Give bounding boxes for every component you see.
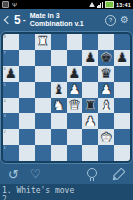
puzzle-number-separator: - xyxy=(23,15,26,25)
square-e6[interactable]: ♟ xyxy=(67,66,83,82)
puzzle-number: 5 xyxy=(14,13,21,27)
piece-white-rook[interactable]: ♜ xyxy=(37,35,49,48)
favorite-heart-icon[interactable]: ♡ xyxy=(30,168,41,180)
header: 5 - Mate in 3 Combination v.1 ? ⚙ xyxy=(0,9,133,31)
square-a3[interactable]: 3 xyxy=(3,113,19,129)
square-c8[interactable]: ♜ xyxy=(35,34,51,50)
square-d2[interactable] xyxy=(51,129,67,145)
square-f5[interactable] xyxy=(82,82,98,98)
square-f1[interactable] xyxy=(82,145,98,161)
square-g2[interactable]: ♚ xyxy=(98,129,114,145)
piece-black-rook[interactable]: ♜ xyxy=(84,98,96,111)
square-b4[interactable] xyxy=(19,98,35,114)
signal-bars-icon xyxy=(97,2,103,8)
piece-black-pawn[interactable]: ♟ xyxy=(84,51,96,64)
chess-puzzle-app: Ψ 13:41 5 - Mate in 3 Combination v.1 ? … xyxy=(0,0,133,200)
square-f2[interactable] xyxy=(82,129,98,145)
gear-icon[interactable]: ⚙ xyxy=(120,15,129,25)
square-b7[interactable] xyxy=(19,50,35,66)
square-d8[interactable] xyxy=(51,34,67,50)
square-d7[interactable] xyxy=(51,50,67,66)
square-h4[interactable] xyxy=(114,98,130,114)
rank-label-1: 1 xyxy=(4,145,6,150)
board-section: 8♜7♟♚♟6♟♟♛5♝♟♟4♞♛♜♝3♟2♚1 xyxy=(0,31,133,164)
square-d3[interactable] xyxy=(51,113,67,129)
piece-white-pawn[interactable]: ♟ xyxy=(84,114,96,127)
usb-debug-icon: Ψ xyxy=(12,2,17,8)
rank-label-8: 8 xyxy=(4,34,6,39)
square-e1[interactable] xyxy=(67,145,83,161)
piece-white-bishop[interactable]: ♝ xyxy=(100,98,112,111)
current-move-text: 1. White's move xyxy=(2,186,133,195)
square-g7[interactable]: ♚ xyxy=(98,50,114,66)
square-g4[interactable]: ♝ xyxy=(98,98,114,114)
square-h2[interactable] xyxy=(114,129,130,145)
rank-label-5: 5 xyxy=(4,82,6,87)
square-e5[interactable]: ♟ xyxy=(67,82,83,98)
help-icon[interactable]: ? xyxy=(105,15,116,26)
square-e3[interactable] xyxy=(67,113,83,129)
square-f3[interactable]: ♟ xyxy=(82,113,98,129)
square-h1[interactable] xyxy=(114,145,130,161)
rank-label-3: 3 xyxy=(4,113,6,118)
square-a5[interactable]: 5 xyxy=(3,82,19,98)
square-c5[interactable] xyxy=(35,82,51,98)
square-b3[interactable] xyxy=(19,113,35,129)
square-e4[interactable]: ♛ xyxy=(67,98,83,114)
title-line-1: Mate in 3 xyxy=(30,12,84,20)
square-a7[interactable]: 7 xyxy=(3,50,19,66)
piece-black-bishop[interactable]: ♝ xyxy=(53,83,65,96)
back-chevron-icon[interactable] xyxy=(4,16,12,24)
square-a4[interactable]: 4 xyxy=(3,98,19,114)
square-d1[interactable] xyxy=(51,145,67,161)
square-a2[interactable]: 2 xyxy=(3,129,19,145)
square-a1[interactable]: 1 xyxy=(3,145,19,161)
square-g3[interactable] xyxy=(98,113,114,129)
hint-bulb-icon[interactable] xyxy=(87,168,97,178)
square-f8[interactable] xyxy=(82,34,98,50)
square-c4[interactable] xyxy=(35,98,51,114)
square-g8[interactable] xyxy=(98,34,114,50)
move-list: 1. White's move 2. xyxy=(0,184,133,200)
square-b8[interactable] xyxy=(19,34,35,50)
rank-label-4: 4 xyxy=(4,98,6,103)
piece-black-pawn[interactable]: ♟ xyxy=(69,67,81,80)
square-e7[interactable] xyxy=(67,50,83,66)
square-c7[interactable] xyxy=(35,50,51,66)
bottom-toolbar: ↺ ♡ xyxy=(0,164,133,184)
piece-white-pawn[interactable]: ♟ xyxy=(100,83,112,96)
piece-white-king[interactable]: ♚ xyxy=(100,130,112,143)
chess-board[interactable]: 8♜7♟♚♟6♟♟♛5♝♟♟4♞♛♜♝3♟2♚1 xyxy=(3,34,130,161)
piece-black-pawn[interactable]: ♟ xyxy=(5,67,17,80)
square-h3[interactable] xyxy=(114,113,130,129)
square-h6[interactable] xyxy=(114,66,130,82)
square-c6[interactable] xyxy=(35,66,51,82)
square-b5[interactable] xyxy=(19,82,35,98)
square-f6[interactable] xyxy=(82,66,98,82)
square-e2[interactable] xyxy=(67,129,83,145)
battery-icon xyxy=(105,1,114,8)
piece-black-queen[interactable]: ♛ xyxy=(100,67,112,80)
status-bar: Ψ 13:41 xyxy=(0,0,133,9)
square-b2[interactable] xyxy=(19,129,35,145)
clock-time: 13:41 xyxy=(116,2,131,8)
square-g1[interactable] xyxy=(98,145,114,161)
square-g5[interactable]: ♟ xyxy=(98,82,114,98)
square-a6[interactable]: 6♟ xyxy=(3,66,19,82)
square-c3[interactable] xyxy=(35,113,51,129)
wifi-icon xyxy=(89,2,95,7)
title-line-2: Combination v.1 xyxy=(30,20,84,28)
notification-app-icon xyxy=(2,1,9,8)
square-d5[interactable]: ♝ xyxy=(51,82,67,98)
square-h7[interactable]: ♟ xyxy=(114,50,130,66)
square-h5[interactable] xyxy=(114,82,130,98)
square-c1[interactable] xyxy=(35,145,51,161)
square-b6[interactable] xyxy=(19,66,35,82)
square-f4[interactable]: ♜ xyxy=(82,98,98,114)
piece-white-pawn[interactable]: ♟ xyxy=(69,83,81,96)
square-g6[interactable]: ♛ xyxy=(98,66,114,82)
restart-icon[interactable]: ↺ xyxy=(8,168,19,181)
edit-pencil-icon[interactable] xyxy=(113,168,125,180)
piece-black-pawn[interactable]: ♟ xyxy=(116,51,128,64)
square-d6[interactable] xyxy=(51,66,67,82)
board-frame: 8♜7♟♚♟6♟♟♛5♝♟♟4♞♛♜♝3♟2♚1 xyxy=(0,31,133,164)
square-e8[interactable] xyxy=(67,34,83,50)
square-b1[interactable] xyxy=(19,145,35,161)
square-c2[interactable] xyxy=(35,129,51,145)
rank-label-7: 7 xyxy=(4,50,6,55)
square-d4[interactable]: ♞ xyxy=(51,98,67,114)
piece-white-knight[interactable]: ♞ xyxy=(53,98,65,111)
page-title: Mate in 3 Combination v.1 xyxy=(30,12,84,28)
rank-label-2: 2 xyxy=(4,129,6,134)
square-a8[interactable]: 8 xyxy=(3,34,19,50)
piece-white-queen[interactable]: ♛ xyxy=(69,98,81,111)
square-f7[interactable]: ♟ xyxy=(82,50,98,66)
piece-black-king[interactable]: ♚ xyxy=(100,51,112,64)
square-h8[interactable] xyxy=(114,34,130,50)
next-move-partial: 2. xyxy=(2,195,133,200)
